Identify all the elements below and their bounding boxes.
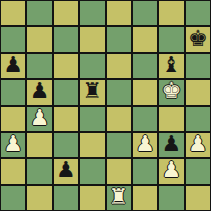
square-d7[interactable] [80, 27, 104, 51]
square-a6[interactable]: ♟ [1, 54, 25, 78]
square-g4[interactable] [159, 107, 183, 131]
square-h8[interactable] [186, 1, 210, 25]
piece-white-pawn-icon: ♟ [162, 159, 182, 181]
square-b1[interactable] [27, 186, 51, 210]
square-a5[interactable] [1, 80, 25, 104]
square-c7[interactable] [54, 27, 78, 51]
square-e7[interactable] [107, 27, 131, 51]
square-b5[interactable]: ♟ [27, 80, 51, 104]
piece-black-bishop-icon: ♝ [162, 54, 182, 76]
square-g2[interactable]: ♟ [159, 159, 183, 183]
piece-white-pawn-icon: ♟ [135, 133, 155, 155]
square-d8[interactable] [80, 1, 104, 25]
board-wrap: ♚♟♝♟♜♚♟♟♟♟♟♟♟♜ [0, 0, 211, 211]
square-g1[interactable] [159, 186, 183, 210]
square-c1[interactable] [54, 186, 78, 210]
piece-white-rook-icon: ♜ [109, 186, 129, 208]
chess-board: ♚♟♝♟♜♚♟♟♟♟♟♟♟♜ [0, 0, 211, 211]
square-e2[interactable] [107, 159, 131, 183]
square-c3[interactable] [54, 133, 78, 157]
square-f2[interactable] [133, 159, 157, 183]
square-f5[interactable] [133, 80, 157, 104]
square-f7[interactable] [133, 27, 157, 51]
square-h4[interactable] [186, 107, 210, 131]
piece-white-pawn-icon: ♟ [30, 107, 50, 129]
square-e4[interactable] [107, 107, 131, 131]
piece-white-pawn-icon: ♟ [3, 133, 23, 155]
square-a8[interactable] [1, 1, 25, 25]
square-e3[interactable] [107, 133, 131, 157]
piece-black-king-icon: ♚ [188, 28, 208, 50]
square-d6[interactable] [80, 54, 104, 78]
square-h6[interactable] [186, 54, 210, 78]
square-g7[interactable] [159, 27, 183, 51]
square-f1[interactable] [133, 186, 157, 210]
piece-black-pawn-icon: ♟ [3, 54, 23, 76]
square-c2[interactable]: ♟ [54, 159, 78, 183]
square-e1[interactable]: ♜ [107, 186, 131, 210]
square-g8[interactable] [159, 1, 183, 25]
square-c5[interactable] [54, 80, 78, 104]
square-h3[interactable]: ♟ [186, 133, 210, 157]
square-c8[interactable] [54, 1, 78, 25]
square-h7[interactable]: ♚ [186, 27, 210, 51]
square-d1[interactable] [80, 186, 104, 210]
square-e8[interactable] [107, 1, 131, 25]
square-f6[interactable] [133, 54, 157, 78]
square-d2[interactable] [80, 159, 104, 183]
square-c4[interactable] [54, 107, 78, 131]
piece-white-pawn-icon: ♟ [188, 133, 208, 155]
piece-black-pawn-icon: ♟ [56, 159, 76, 181]
piece-white-king-icon: ♚ [162, 80, 182, 102]
square-c6[interactable] [54, 54, 78, 78]
square-a4[interactable] [1, 107, 25, 131]
square-h5[interactable] [186, 80, 210, 104]
piece-black-pawn-icon: ♟ [162, 133, 182, 155]
square-h1[interactable] [186, 186, 210, 210]
square-a1[interactable] [1, 186, 25, 210]
square-a3[interactable]: ♟ [1, 133, 25, 157]
square-e6[interactable] [107, 54, 131, 78]
square-f8[interactable] [133, 1, 157, 25]
square-a7[interactable] [1, 27, 25, 51]
square-a2[interactable] [1, 159, 25, 183]
square-g3[interactable]: ♟ [159, 133, 183, 157]
square-d5[interactable]: ♜ [80, 80, 104, 104]
square-d3[interactable] [80, 133, 104, 157]
square-b4[interactable]: ♟ [27, 107, 51, 131]
square-b8[interactable] [27, 1, 51, 25]
square-b7[interactable] [27, 27, 51, 51]
square-g6[interactable]: ♝ [159, 54, 183, 78]
square-b2[interactable] [27, 159, 51, 183]
piece-black-pawn-icon: ♟ [30, 80, 50, 102]
square-f3[interactable]: ♟ [133, 133, 157, 157]
square-b6[interactable] [27, 54, 51, 78]
square-d4[interactable] [80, 107, 104, 131]
piece-black-rook-icon: ♜ [82, 80, 102, 102]
square-h2[interactable] [186, 159, 210, 183]
square-f4[interactable] [133, 107, 157, 131]
square-b3[interactable] [27, 133, 51, 157]
square-e5[interactable] [107, 80, 131, 104]
square-g5[interactable]: ♚ [159, 80, 183, 104]
